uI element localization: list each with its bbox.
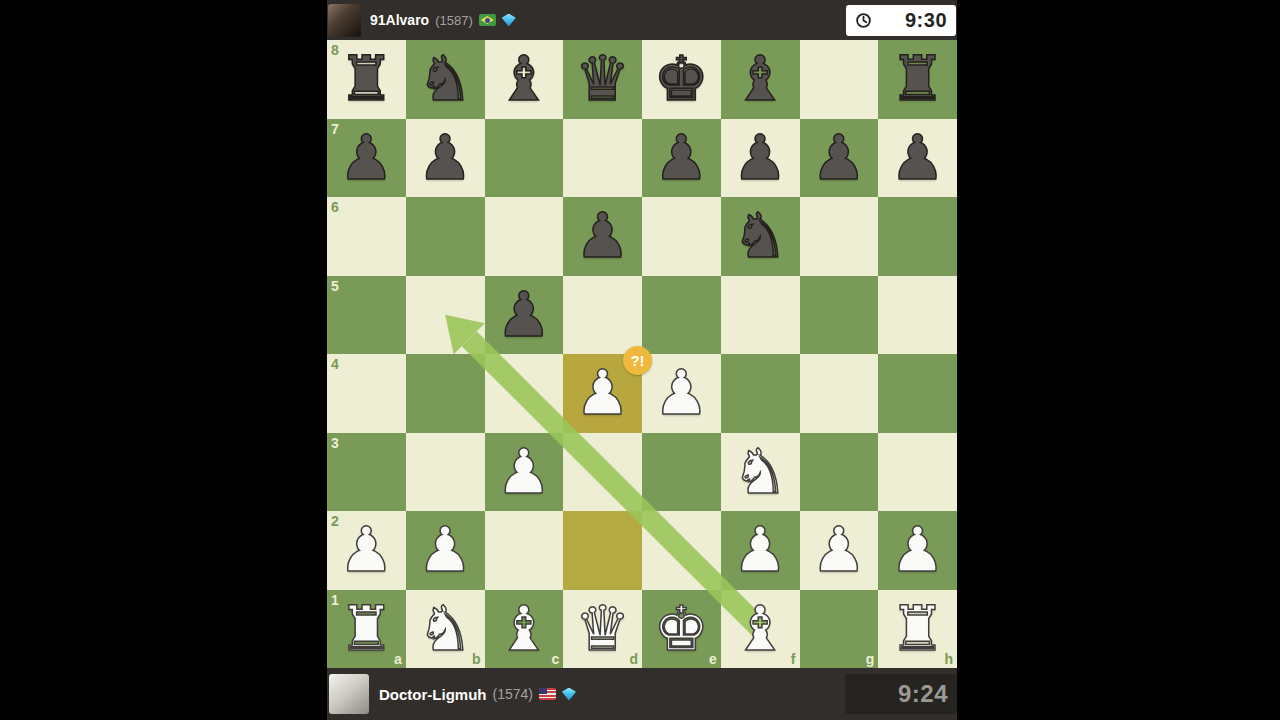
player-bar-top: 91Alvaro (1587) 9:30 <box>327 0 957 40</box>
square-d2[interactable] <box>563 511 642 590</box>
piece-black-rook[interactable]: ♜ <box>878 40 957 119</box>
square-g5[interactable] <box>800 276 879 355</box>
piece-white-pawn[interactable]: ♟ <box>642 354 721 433</box>
piece-white-pawn[interactable]: ♟ <box>485 433 564 512</box>
piece-white-knight[interactable]: ♞ <box>721 433 800 512</box>
player-bar-bottom: Doctor-Ligmuh (1574) 9:24 <box>327 668 957 720</box>
player-avatar-top[interactable] <box>328 4 361 37</box>
piece-white-pawn[interactable]: ♟ <box>878 511 957 590</box>
rank-label: 5 <box>331 279 339 293</box>
piece-black-pawn[interactable]: ♟ <box>642 119 721 198</box>
player-name-bottom[interactable]: Doctor-Ligmuh <box>379 686 486 703</box>
square-b3[interactable] <box>406 433 485 512</box>
player-rating-bottom: (1574) <box>492 686 532 702</box>
square-b4[interactable] <box>406 354 485 433</box>
square-f5[interactable] <box>721 276 800 355</box>
clock-top: 9:30 <box>846 5 956 36</box>
square-c4[interactable] <box>485 354 564 433</box>
piece-black-pawn[interactable]: ♟ <box>327 119 406 198</box>
rank-label: 3 <box>331 436 339 450</box>
player-avatar-bottom[interactable] <box>329 674 369 714</box>
diamond-membership-icon <box>562 688 576 701</box>
us-flag-icon <box>539 688 556 700</box>
piece-black-pawn[interactable]: ♟ <box>485 276 564 355</box>
piece-white-bishop[interactable]: ♝ <box>721 590 800 669</box>
square-b6[interactable] <box>406 197 485 276</box>
piece-black-bishop[interactable]: ♝ <box>721 40 800 119</box>
piece-black-queen[interactable]: ♛ <box>563 40 642 119</box>
square-g6[interactable] <box>800 197 879 276</box>
piece-black-pawn[interactable]: ♟ <box>406 119 485 198</box>
rank-label: 6 <box>331 200 339 214</box>
square-d5[interactable] <box>563 276 642 355</box>
piece-white-king[interactable]: ♚ <box>642 590 721 669</box>
clock-top-time: 9:30 <box>905 9 947 32</box>
player-name-top[interactable]: 91Alvaro <box>370 12 429 28</box>
square-c6[interactable] <box>485 197 564 276</box>
piece-white-pawn[interactable]: ♟ <box>327 511 406 590</box>
piece-black-pawn[interactable]: ♟ <box>878 119 957 198</box>
piece-black-king[interactable]: ♚ <box>642 40 721 119</box>
piece-black-knight[interactable]: ♞ <box>406 40 485 119</box>
piece-white-knight[interactable]: ♞ <box>406 590 485 669</box>
square-g3[interactable] <box>800 433 879 512</box>
diamond-membership-icon <box>502 14 516 27</box>
piece-white-rook[interactable]: ♜ <box>878 590 957 669</box>
player-info-top: 91Alvaro (1587) <box>370 12 516 28</box>
piece-white-queen[interactable]: ♛ <box>563 590 642 669</box>
square-b5[interactable] <box>406 276 485 355</box>
piece-black-pawn[interactable]: ♟ <box>721 119 800 198</box>
game-panel: 91Alvaro (1587) 9:30 87654321abcdefgh ♜♞… <box>327 0 957 720</box>
square-d3[interactable] <box>563 433 642 512</box>
clock-bottom: 9:24 <box>845 674 957 714</box>
move-classification-badge: ?! <box>623 346 652 375</box>
piece-black-pawn[interactable]: ♟ <box>800 119 879 198</box>
square-e5[interactable] <box>642 276 721 355</box>
square-a3[interactable]: 3 <box>327 433 406 512</box>
piece-black-pawn[interactable]: ♟ <box>563 197 642 276</box>
square-h4[interactable] <box>878 354 957 433</box>
square-h6[interactable] <box>878 197 957 276</box>
piece-white-pawn[interactable]: ♟ <box>800 511 879 590</box>
square-h3[interactable] <box>878 433 957 512</box>
player-rating-top: (1587) <box>435 13 473 28</box>
square-f4[interactable] <box>721 354 800 433</box>
piece-black-rook[interactable]: ♜ <box>327 40 406 119</box>
square-c2[interactable] <box>485 511 564 590</box>
player-info-bottom: Doctor-Ligmuh (1574) <box>379 686 576 703</box>
file-label: g <box>866 652 875 666</box>
piece-white-bishop[interactable]: ♝ <box>485 590 564 669</box>
chess-board[interactable]: 87654321abcdefgh ♜♞♝♛♚♝♜♟♟♟♟♟♟♟♞♟♟♟♟♞♟♟♟… <box>327 40 957 668</box>
square-g8[interactable] <box>800 40 879 119</box>
rank-label: 4 <box>331 357 339 371</box>
clock-icon <box>855 12 872 29</box>
square-a6[interactable]: 6 <box>327 197 406 276</box>
square-e3[interactable] <box>642 433 721 512</box>
square-a4[interactable]: 4 <box>327 354 406 433</box>
square-e6[interactable] <box>642 197 721 276</box>
clock-bottom-time: 9:24 <box>898 680 948 708</box>
piece-black-bishop[interactable]: ♝ <box>485 40 564 119</box>
square-a5[interactable]: 5 <box>327 276 406 355</box>
square-d7[interactable] <box>563 119 642 198</box>
square-g4[interactable] <box>800 354 879 433</box>
piece-white-pawn[interactable]: ♟ <box>721 511 800 590</box>
piece-white-pawn[interactable]: ♟ <box>406 511 485 590</box>
brazil-flag-icon <box>479 14 496 26</box>
piece-white-rook[interactable]: ♜ <box>327 590 406 669</box>
piece-black-knight[interactable]: ♞ <box>721 197 800 276</box>
square-e2[interactable] <box>642 511 721 590</box>
square-c7[interactable] <box>485 119 564 198</box>
square-h5[interactable] <box>878 276 957 355</box>
square-g1[interactable]: g <box>800 590 879 669</box>
